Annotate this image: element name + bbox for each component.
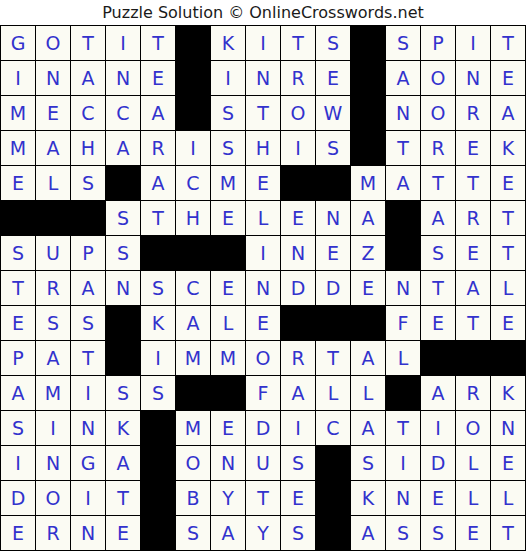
block-cell-r2c6 — [176, 61, 210, 95]
letter-cell-r12c6: M — [176, 411, 210, 445]
letter-cell-r2c13: O — [421, 61, 455, 95]
letter-cell-r12c13: I — [421, 411, 455, 445]
block-cell-r5c9 — [281, 166, 315, 200]
letter-cell-r15c15: T — [491, 516, 525, 550]
letter-cell-r10c11: A — [351, 341, 385, 375]
crossword-grid: GOTITKITSSPITINANEINREAONEMECCASTOWNORAM… — [0, 25, 526, 551]
block-cell-r3c6 — [176, 96, 210, 130]
letter-cell-r4c2: A — [36, 131, 70, 165]
letter-cell-r10c7: M — [211, 341, 245, 375]
letter-cell-r8c13: T — [421, 271, 455, 305]
letter-cell-r1c13: P — [421, 26, 455, 60]
letter-cell-r15c9: S — [281, 516, 315, 550]
letter-cell-r2c1: I — [1, 61, 35, 95]
block-cell-r12c5 — [141, 411, 175, 445]
block-cell-r5c4 — [106, 166, 140, 200]
block-cell-r6c2 — [36, 201, 70, 235]
letter-cell-r8c1: T — [1, 271, 35, 305]
block-cell-r15c5 — [141, 516, 175, 550]
letter-cell-r2c3: A — [71, 61, 105, 95]
letter-cell-r13c4: A — [106, 446, 140, 480]
letter-cell-r12c14: O — [456, 411, 490, 445]
letter-cell-r9c2: S — [36, 306, 70, 340]
letter-cell-r14c2: O — [36, 481, 70, 515]
block-cell-r10c14 — [456, 341, 490, 375]
letter-cell-r15c8: Y — [246, 516, 280, 550]
block-cell-r10c15 — [491, 341, 525, 375]
letter-cell-r10c12: L — [386, 341, 420, 375]
letter-cell-r5c2: L — [36, 166, 70, 200]
letter-cell-r12c4: K — [106, 411, 140, 445]
letter-cell-r8c6: C — [176, 271, 210, 305]
letter-cell-r3c12: N — [386, 96, 420, 130]
letter-cell-r11c9: A — [281, 376, 315, 410]
letter-cell-r5c5: A — [141, 166, 175, 200]
letter-cell-r2c7: I — [211, 61, 245, 95]
letter-cell-r9c14: T — [456, 306, 490, 340]
letter-cell-r8c15: L — [491, 271, 525, 305]
letter-cell-r14c9: E — [281, 481, 315, 515]
letter-cell-r11c1: A — [1, 376, 35, 410]
block-cell-r4c11 — [351, 131, 385, 165]
letter-cell-r4c10: S — [316, 131, 350, 165]
page-title: Puzzle Solution © OnlineCrosswords.net — [0, 0, 526, 25]
block-cell-r7c12 — [386, 236, 420, 270]
block-cell-r7c7 — [211, 236, 245, 270]
letter-cell-r4c3: H — [71, 131, 105, 165]
letter-cell-r1c14: I — [456, 26, 490, 60]
block-cell-r2c11 — [351, 61, 385, 95]
letter-cell-r4c9: I — [281, 131, 315, 165]
letter-cell-r7c2: U — [36, 236, 70, 270]
block-cell-r13c10 — [316, 446, 350, 480]
block-cell-r10c4 — [106, 341, 140, 375]
letter-cell-r7c4: S — [106, 236, 140, 270]
letter-cell-r2c4: N — [106, 61, 140, 95]
letter-cell-r12c11: A — [351, 411, 385, 445]
letter-cell-r6c6: H — [176, 201, 210, 235]
letter-cell-r9c6: A — [176, 306, 210, 340]
letter-cell-r8c10: D — [316, 271, 350, 305]
letter-cell-r12c7: E — [211, 411, 245, 445]
letter-cell-r8c7: E — [211, 271, 245, 305]
letter-cell-r12c15: N — [491, 411, 525, 445]
letter-cell-r6c9: E — [281, 201, 315, 235]
letter-cell-r14c6: B — [176, 481, 210, 515]
letter-cell-r6c4: S — [106, 201, 140, 235]
letter-cell-r6c15: T — [491, 201, 525, 235]
letter-cell-r14c3: I — [71, 481, 105, 515]
block-cell-r9c4 — [106, 306, 140, 340]
block-cell-r11c12 — [386, 376, 420, 410]
letter-cell-r6c13: A — [421, 201, 455, 235]
letter-cell-r9c5: K — [141, 306, 175, 340]
letter-cell-r1c1: G — [1, 26, 35, 60]
letter-cell-r3c3: C — [71, 96, 105, 130]
letter-cell-r15c14: E — [456, 516, 490, 550]
letter-cell-r10c1: P — [1, 341, 35, 375]
letter-cell-r11c11: L — [351, 376, 385, 410]
letter-cell-r8c11: E — [351, 271, 385, 305]
letter-cell-r4c7: S — [211, 131, 245, 165]
letter-cell-r1c5: T — [141, 26, 175, 60]
letter-cell-r3c13: O — [421, 96, 455, 130]
letter-cell-r4c12: T — [386, 131, 420, 165]
letter-cell-r11c10: L — [316, 376, 350, 410]
letter-cell-r3c2: E — [36, 96, 70, 130]
letter-cell-r8c14: A — [456, 271, 490, 305]
letter-cell-r13c9: S — [281, 446, 315, 480]
block-cell-r14c10 — [316, 481, 350, 515]
block-cell-r14c5 — [141, 481, 175, 515]
letter-cell-r5c12: A — [386, 166, 420, 200]
letter-cell-r10c8: O — [246, 341, 280, 375]
letter-cell-r5c6: C — [176, 166, 210, 200]
letter-cell-r5c3: S — [71, 166, 105, 200]
letter-cell-r14c7: Y — [211, 481, 245, 515]
letter-cell-r7c1: S — [1, 236, 35, 270]
letter-cell-r3c4: C — [106, 96, 140, 130]
letter-cell-r11c13: A — [421, 376, 455, 410]
letter-cell-r4c1: M — [1, 131, 35, 165]
letter-cell-r7c15: T — [491, 236, 525, 270]
block-cell-r11c7 — [211, 376, 245, 410]
block-cell-r11c6 — [176, 376, 210, 410]
letter-cell-r15c12: S — [386, 516, 420, 550]
letter-cell-r13c3: G — [71, 446, 105, 480]
letter-cell-r2c10: E — [316, 61, 350, 95]
letter-cell-r2c8: N — [246, 61, 280, 95]
letter-cell-r15c4: E — [106, 516, 140, 550]
block-cell-r6c1 — [1, 201, 35, 235]
letter-cell-r10c3: T — [71, 341, 105, 375]
letter-cell-r7c13: S — [421, 236, 455, 270]
letter-cell-r5c8: E — [246, 166, 280, 200]
block-cell-r9c10 — [316, 306, 350, 340]
letter-cell-r3c5: A — [141, 96, 175, 130]
letter-cell-r4c8: H — [246, 131, 280, 165]
letter-cell-r8c3: A — [71, 271, 105, 305]
letter-cell-r4c14: E — [456, 131, 490, 165]
letter-cell-r6c5: T — [141, 201, 175, 235]
letter-cell-r8c4: N — [106, 271, 140, 305]
letter-cell-r5c7: M — [211, 166, 245, 200]
letter-cell-r12c3: N — [71, 411, 105, 445]
letter-cell-r15c13: S — [421, 516, 455, 550]
letter-cell-r4c6: I — [176, 131, 210, 165]
letter-cell-r6c8: L — [246, 201, 280, 235]
letter-cell-r6c7: E — [211, 201, 245, 235]
letter-cell-r12c9: I — [281, 411, 315, 445]
letter-cell-r2c9: R — [281, 61, 315, 95]
letter-cell-r5c14: T — [456, 166, 490, 200]
letter-cell-r11c14: R — [456, 376, 490, 410]
letter-cell-r11c8: F — [246, 376, 280, 410]
letter-cell-r1c3: T — [71, 26, 105, 60]
letter-cell-r4c4: A — [106, 131, 140, 165]
letter-cell-r7c9: N — [281, 236, 315, 270]
letter-cell-r4c15: K — [491, 131, 525, 165]
letter-cell-r3c10: W — [316, 96, 350, 130]
letter-cell-r5c11: M — [351, 166, 385, 200]
letter-cell-r1c10: S — [316, 26, 350, 60]
block-cell-r5c10 — [316, 166, 350, 200]
letter-cell-r10c6: M — [176, 341, 210, 375]
block-cell-r1c6 — [176, 26, 210, 60]
letter-cell-r13c1: I — [1, 446, 35, 480]
letter-cell-r13c11: S — [351, 446, 385, 480]
letter-cell-r1c4: I — [106, 26, 140, 60]
letter-cell-r14c12: N — [386, 481, 420, 515]
letter-cell-r9c13: E — [421, 306, 455, 340]
letter-cell-r11c4: S — [106, 376, 140, 410]
letter-cell-r15c7: A — [211, 516, 245, 550]
letter-cell-r13c6: O — [176, 446, 210, 480]
letter-cell-r13c2: N — [36, 446, 70, 480]
letter-cell-r9c1: E — [1, 306, 35, 340]
letter-cell-r3c9: O — [281, 96, 315, 130]
letter-cell-r8c2: R — [36, 271, 70, 305]
letter-cell-r1c12: S — [386, 26, 420, 60]
letter-cell-r11c15: K — [491, 376, 525, 410]
letter-cell-r3c14: R — [456, 96, 490, 130]
block-cell-r7c6 — [176, 236, 210, 270]
letter-cell-r3c1: M — [1, 96, 35, 130]
block-cell-r9c9 — [281, 306, 315, 340]
letter-cell-r2c2: N — [36, 61, 70, 95]
letter-cell-r4c5: R — [141, 131, 175, 165]
letter-cell-r2c5: E — [141, 61, 175, 95]
block-cell-r6c12 — [386, 201, 420, 235]
letter-cell-r14c1: D — [1, 481, 35, 515]
letter-cell-r9c3: S — [71, 306, 105, 340]
letter-cell-r1c9: T — [281, 26, 315, 60]
letter-cell-r6c11: A — [351, 201, 385, 235]
letter-cell-r9c12: F — [386, 306, 420, 340]
letter-cell-r15c1: E — [1, 516, 35, 550]
block-cell-r9c11 — [351, 306, 385, 340]
letter-cell-r13c14: L — [456, 446, 490, 480]
letter-cell-r13c7: N — [211, 446, 245, 480]
letter-cell-r10c5: I — [141, 341, 175, 375]
letter-cell-r11c5: S — [141, 376, 175, 410]
letter-cell-r1c8: I — [246, 26, 280, 60]
letter-cell-r3c15: A — [491, 96, 525, 130]
letter-cell-r13c13: D — [421, 446, 455, 480]
letter-cell-r14c11: K — [351, 481, 385, 515]
letter-cell-r2c14: N — [456, 61, 490, 95]
letter-cell-r9c15: E — [491, 306, 525, 340]
letter-cell-r8c9: D — [281, 271, 315, 305]
letter-cell-r2c15: E — [491, 61, 525, 95]
letter-cell-r12c10: C — [316, 411, 350, 445]
letter-cell-r10c9: R — [281, 341, 315, 375]
letter-cell-r9c8: E — [246, 306, 280, 340]
letter-cell-r10c10: T — [316, 341, 350, 375]
letter-cell-r13c15: E — [491, 446, 525, 480]
letter-cell-r8c12: N — [386, 271, 420, 305]
block-cell-r1c11 — [351, 26, 385, 60]
letter-cell-r5c13: T — [421, 166, 455, 200]
letter-cell-r5c1: E — [1, 166, 35, 200]
letter-cell-r8c8: N — [246, 271, 280, 305]
letter-cell-r15c2: R — [36, 516, 70, 550]
letter-cell-r6c14: R — [456, 201, 490, 235]
letter-cell-r6c10: N — [316, 201, 350, 235]
letter-cell-r12c12: T — [386, 411, 420, 445]
block-cell-r13c5 — [141, 446, 175, 480]
letter-cell-r15c11: A — [351, 516, 385, 550]
letter-cell-r14c14: L — [456, 481, 490, 515]
letter-cell-r11c3: I — [71, 376, 105, 410]
letter-cell-r9c7: L — [211, 306, 245, 340]
letter-cell-r7c14: E — [456, 236, 490, 270]
block-cell-r7c5 — [141, 236, 175, 270]
letter-cell-r3c8: T — [246, 96, 280, 130]
letter-cell-r14c8: T — [246, 481, 280, 515]
letter-cell-r1c2: O — [36, 26, 70, 60]
letter-cell-r8c5: S — [141, 271, 175, 305]
letter-cell-r14c13: E — [421, 481, 455, 515]
letter-cell-r13c8: U — [246, 446, 280, 480]
letter-cell-r15c6: S — [176, 516, 210, 550]
letter-cell-r13c12: I — [386, 446, 420, 480]
letter-cell-r14c15: L — [491, 481, 525, 515]
block-cell-r10c13 — [421, 341, 455, 375]
letter-cell-r12c8: D — [246, 411, 280, 445]
letter-cell-r12c2: I — [36, 411, 70, 445]
letter-cell-r7c11: Z — [351, 236, 385, 270]
letter-cell-r7c10: E — [316, 236, 350, 270]
letter-cell-r3c7: S — [211, 96, 245, 130]
letter-cell-r2c12: A — [386, 61, 420, 95]
letter-cell-r1c7: K — [211, 26, 245, 60]
block-cell-r3c11 — [351, 96, 385, 130]
block-cell-r6c3 — [71, 201, 105, 235]
letter-cell-r14c4: T — [106, 481, 140, 515]
letter-cell-r7c3: P — [71, 236, 105, 270]
letter-cell-r12c1: S — [1, 411, 35, 445]
letter-cell-r10c2: A — [36, 341, 70, 375]
letter-cell-r15c3: N — [71, 516, 105, 550]
letter-cell-r5c15: E — [491, 166, 525, 200]
block-cell-r15c10 — [316, 516, 350, 550]
letter-cell-r11c2: M — [36, 376, 70, 410]
letter-cell-r7c8: I — [246, 236, 280, 270]
letter-cell-r4c13: R — [421, 131, 455, 165]
letter-cell-r1c15: T — [491, 26, 525, 60]
